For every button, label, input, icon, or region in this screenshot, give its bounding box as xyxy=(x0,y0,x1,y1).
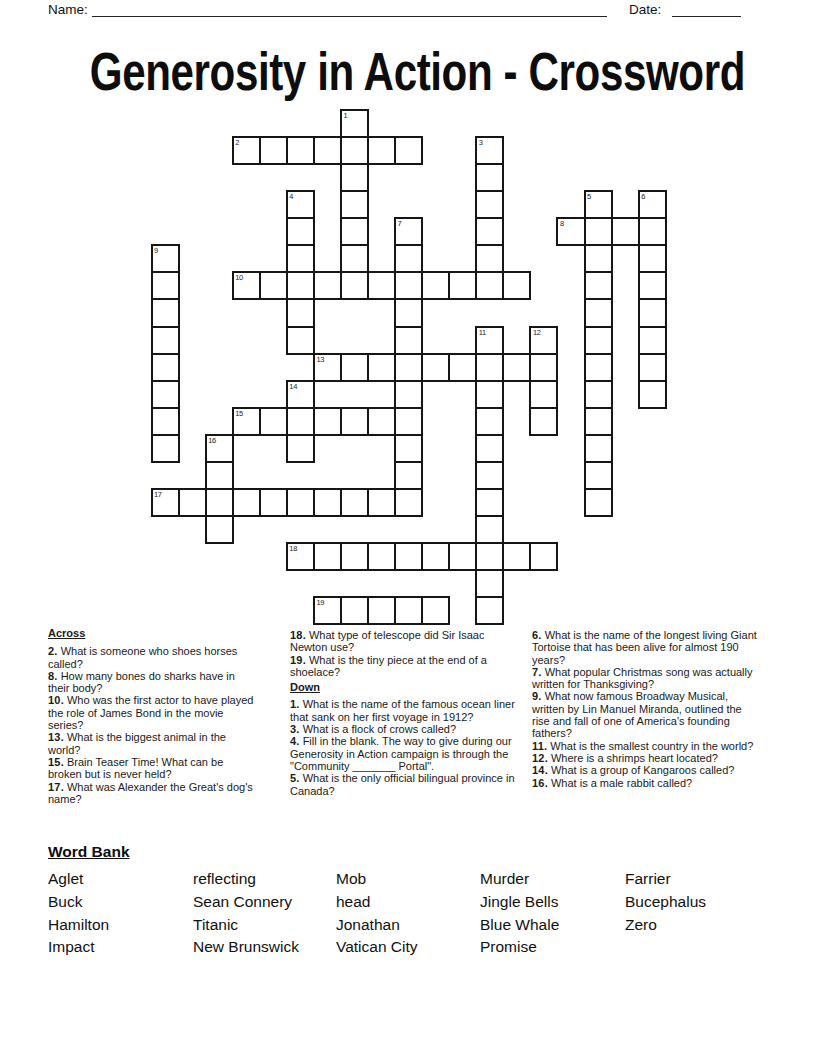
grid-cell[interactable] xyxy=(584,271,613,300)
clue-number: 5 xyxy=(587,192,591,201)
clue-number: 19 xyxy=(316,598,324,607)
grid-cell[interactable] xyxy=(638,244,667,273)
grid-cell[interactable] xyxy=(340,244,369,273)
puzzle-title: Generosity in Action - Crossword xyxy=(90,40,726,102)
word-bank-word: New Brunswick xyxy=(193,936,336,959)
grid-cell[interactable] xyxy=(584,217,613,246)
grid-cell[interactable] xyxy=(178,488,207,517)
grid-cell[interactable] xyxy=(584,488,613,517)
grid-cell[interactable] xyxy=(475,596,504,625)
word-bank-word: Vatican City xyxy=(336,936,480,959)
grid-cell[interactable] xyxy=(638,298,667,327)
clue-number: 15 xyxy=(235,409,243,418)
grid-cell[interactable]: 12 xyxy=(529,326,558,355)
clue-number: 4 xyxy=(289,192,293,201)
word-bank-column: MobheadJonathanVatican City xyxy=(336,868,480,959)
grid-cell[interactable] xyxy=(340,136,369,165)
name-fill-line[interactable] xyxy=(92,1,607,17)
grid-cell[interactable] xyxy=(151,326,180,355)
grid-cell[interactable] xyxy=(584,407,613,436)
clue-number: 7 xyxy=(398,219,402,228)
grid-cell[interactable] xyxy=(313,407,342,436)
word-bank-column: MurderJingle BellsBlue WhalePromise xyxy=(480,868,625,959)
grid-cell[interactable] xyxy=(475,380,504,409)
grid-cell[interactable] xyxy=(340,596,369,625)
worksheet-header: Name: Date: xyxy=(0,0,816,30)
grid-cell[interactable] xyxy=(340,407,369,436)
grid-cell[interactable] xyxy=(638,353,667,382)
grid-cell[interactable] xyxy=(394,461,423,490)
clue-number: 1 xyxy=(343,111,347,120)
word-bank-columns: AgletBuckHamiltonImpactreflectingSean Co… xyxy=(48,868,706,959)
clue-13: 13. What is the biggest animal in the wo… xyxy=(48,731,258,756)
word-bank-word: Murder xyxy=(480,868,625,891)
grid-cell[interactable] xyxy=(475,407,504,436)
grid-cell[interactable] xyxy=(475,244,504,273)
clue-14: 14. What is a group of Kangaroos called? xyxy=(532,764,758,776)
grid-cell[interactable]: 13 xyxy=(313,353,342,382)
clue-1: 1. What is the name of the famous ocean … xyxy=(290,698,523,723)
clue-number: 18 xyxy=(289,544,297,553)
grid-cell[interactable] xyxy=(584,434,613,463)
grid-cell[interactable] xyxy=(584,326,613,355)
clue-15: 15. Brain Teaser Time! What can be broke… xyxy=(48,756,258,781)
grid-cell[interactable]: 18 xyxy=(286,542,315,571)
grid-cell[interactable]: 14 xyxy=(286,380,315,409)
grid-cell[interactable] xyxy=(394,271,423,300)
grid-cell[interactable] xyxy=(259,488,288,517)
grid-cell[interactable] xyxy=(394,380,423,409)
clue-9: 9. What now famous Broadway Musical, wri… xyxy=(532,690,758,739)
grid-cell[interactable] xyxy=(367,407,396,436)
clues-column-right: 6. What is the name of the longest livin… xyxy=(532,629,758,789)
grid-cell[interactable] xyxy=(448,271,477,300)
grid-cell[interactable] xyxy=(151,407,180,436)
grid-cell[interactable] xyxy=(394,434,423,463)
grid-cell[interactable] xyxy=(394,326,423,355)
grid-cell[interactable] xyxy=(151,434,180,463)
grid-cell[interactable] xyxy=(340,217,369,246)
grid-cell[interactable] xyxy=(367,488,396,517)
grid-cell[interactable] xyxy=(475,461,504,490)
grid-cell[interactable] xyxy=(205,488,234,517)
grid-cell[interactable] xyxy=(638,271,667,300)
grid-cell[interactable] xyxy=(367,542,396,571)
grid-cell[interactable] xyxy=(475,569,504,598)
clue-7: 7. What popular Christmas song was actua… xyxy=(532,666,758,691)
grid-cell[interactable] xyxy=(313,136,342,165)
clues-column-left: Across2. What is someone who shoes horse… xyxy=(48,627,258,805)
grid-cell[interactable] xyxy=(340,353,369,382)
clue-number: 17 xyxy=(154,490,162,499)
word-bank-column: AgletBuckHamiltonImpact xyxy=(48,868,193,959)
clues-section-header: Across xyxy=(48,627,258,639)
grid-cell[interactable] xyxy=(340,542,369,571)
grid-cell[interactable]: 8 xyxy=(556,217,585,246)
grid-cell[interactable]: 11 xyxy=(475,326,504,355)
grid-cell[interactable] xyxy=(638,380,667,409)
grid-cell[interactable]: 7 xyxy=(394,217,423,246)
grid-cell[interactable] xyxy=(394,136,423,165)
grid-cell[interactable] xyxy=(502,353,531,382)
clue-number: 16 xyxy=(208,436,216,445)
word-bank-header: Word Bank xyxy=(48,843,130,861)
grid-cell[interactable]: 19 xyxy=(313,596,342,625)
grid-cell[interactable] xyxy=(286,244,315,273)
name-label: Name: xyxy=(48,2,88,17)
grid-cell[interactable] xyxy=(394,488,423,517)
clue-17: 17. What was Alexander the Great's dog's… xyxy=(48,781,258,806)
grid-cell[interactable]: 6 xyxy=(638,190,667,219)
grid-cell[interactable] xyxy=(286,326,315,355)
word-bank-word: Buck xyxy=(48,891,193,914)
grid-cell[interactable] xyxy=(286,298,315,327)
clue-number: 6 xyxy=(641,192,645,201)
word-bank-word: reflecting xyxy=(193,868,336,891)
clue-5: 5. What is the only official bilingual p… xyxy=(290,772,523,797)
grid-cell[interactable] xyxy=(638,217,667,246)
grid-cell[interactable]: 3 xyxy=(475,136,504,165)
grid-cell[interactable] xyxy=(232,488,261,517)
grid-cell[interactable] xyxy=(313,271,342,300)
grid-cell[interactable] xyxy=(421,271,450,300)
word-bank-word: Bucephalus xyxy=(625,891,706,914)
clue-3: 3. What is a flock of crows called? xyxy=(290,723,523,735)
grid-cell[interactable] xyxy=(394,244,423,273)
grid-cell[interactable] xyxy=(475,163,504,192)
grid-cell[interactable] xyxy=(340,190,369,219)
word-bank-word: Hamilton xyxy=(48,914,193,937)
grid-cell[interactable]: 16 xyxy=(205,434,234,463)
grid-cell[interactable] xyxy=(313,542,342,571)
grid-cell[interactable] xyxy=(584,380,613,409)
word-bank-column: reflectingSean ConneryTitanicNew Brunswi… xyxy=(193,868,336,959)
clue-19: 19. What is the tiny piece at the end of… xyxy=(290,654,523,679)
grid-cell[interactable] xyxy=(529,407,558,436)
grid-cell[interactable] xyxy=(313,488,342,517)
date-label: Date: xyxy=(629,2,661,17)
grid-cell[interactable] xyxy=(151,298,180,327)
clue-number: 3 xyxy=(479,138,483,147)
grid-cell[interactable] xyxy=(394,298,423,327)
grid-cell[interactable] xyxy=(286,488,315,517)
clues-section-header: Down xyxy=(290,681,523,693)
grid-cell[interactable] xyxy=(286,434,315,463)
clue-16: 16. What is a male rabbit called? xyxy=(532,777,758,789)
clue-number: 12 xyxy=(533,328,541,337)
grid-cell[interactable] xyxy=(394,596,423,625)
clue-18: 18. What type of telescope did Sir Isaac… xyxy=(290,629,523,654)
grid-cell[interactable] xyxy=(475,542,504,571)
grid-cell[interactable] xyxy=(421,353,450,382)
grid-cell[interactable] xyxy=(286,217,315,246)
grid-cell[interactable]: 17 xyxy=(151,488,180,517)
grid-cell[interactable] xyxy=(340,271,369,300)
word-bank-word: Titanic xyxy=(193,914,336,937)
grid-cell[interactable]: 4 xyxy=(286,190,315,219)
grid-cell[interactable] xyxy=(151,353,180,382)
crossword-grid: 12345678910111213141516171819 xyxy=(152,110,666,624)
grid-cell[interactable] xyxy=(529,353,558,382)
grid-cell[interactable] xyxy=(475,190,504,219)
clue-number: 10 xyxy=(235,273,243,282)
grid-cell[interactable] xyxy=(529,380,558,409)
grid-cell[interactable] xyxy=(584,353,613,382)
grid-cell[interactable] xyxy=(502,542,531,571)
word-bank-word: Jingle Bells xyxy=(480,891,625,914)
clue-number: 2 xyxy=(235,138,239,147)
grid-cell[interactable] xyxy=(475,515,504,544)
grid-cell[interactable]: 1 xyxy=(340,109,369,138)
grid-cell[interactable] xyxy=(584,244,613,273)
word-bank-word: Aglet xyxy=(48,868,193,891)
grid-cell[interactable] xyxy=(475,271,504,300)
grid-cell[interactable] xyxy=(259,271,288,300)
clue-8: 8. How many bones do sharks have in thei… xyxy=(48,670,258,695)
grid-cell[interactable] xyxy=(475,353,504,382)
word-bank-word: Blue Whale xyxy=(480,914,625,937)
clue-4: 4. Fill in the blank. The way to give du… xyxy=(290,735,523,772)
grid-cell[interactable] xyxy=(367,596,396,625)
clue-12: 12. Where is a shrimps heart located? xyxy=(532,752,758,764)
grid-cell[interactable] xyxy=(286,407,315,436)
grid-cell[interactable] xyxy=(259,136,288,165)
word-bank-word: Sean Connery xyxy=(193,891,336,914)
grid-cell[interactable] xyxy=(286,271,315,300)
grid-cell[interactable] xyxy=(205,461,234,490)
grid-cell[interactable] xyxy=(475,488,504,517)
grid-cell[interactable] xyxy=(205,515,234,544)
grid-cell[interactable] xyxy=(475,217,504,246)
clue-number: 13 xyxy=(316,355,324,364)
word-bank-column: FarrierBucephalusZero xyxy=(625,868,706,959)
grid-cell[interactable] xyxy=(367,136,396,165)
grid-cell[interactable] xyxy=(584,461,613,490)
word-bank-word: Farrier xyxy=(625,868,706,891)
grid-cell[interactable] xyxy=(529,542,558,571)
grid-cell[interactable] xyxy=(340,163,369,192)
grid-cell[interactable]: 2 xyxy=(232,136,261,165)
word-bank-word: Jonathan xyxy=(336,914,480,937)
grid-cell[interactable] xyxy=(151,380,180,409)
word-bank-word: head xyxy=(336,891,480,914)
clue-2: 2. What is someone who shoes horses call… xyxy=(48,645,258,670)
clue-number: 8 xyxy=(560,219,564,228)
clue-6: 6. What is the name of the longest livin… xyxy=(532,629,758,666)
grid-cell[interactable]: 9 xyxy=(151,244,180,273)
grid-cell[interactable] xyxy=(394,407,423,436)
grid-cell[interactable] xyxy=(448,353,477,382)
grid-cell[interactable] xyxy=(259,407,288,436)
clues-column-middle: 18. What type of telescope did Sir Isaac… xyxy=(290,629,523,797)
grid-cell[interactable] xyxy=(286,136,315,165)
grid-cell[interactable] xyxy=(584,298,613,327)
clue-number: 9 xyxy=(154,246,158,255)
grid-cell[interactable] xyxy=(340,488,369,517)
grid-cell[interactable] xyxy=(421,542,450,571)
clue-number: 14 xyxy=(289,382,297,391)
grid-cell[interactable] xyxy=(475,434,504,463)
grid-cell[interactable] xyxy=(421,596,450,625)
grid-cell[interactable] xyxy=(367,353,396,382)
grid-cell[interactable] xyxy=(502,271,531,300)
grid-cell[interactable] xyxy=(394,353,423,382)
word-bank-word: Promise xyxy=(480,936,625,959)
word-bank-word: Zero xyxy=(625,914,706,937)
clue-11: 11. What is the smallest country in the … xyxy=(532,740,758,752)
grid-cell[interactable] xyxy=(611,217,640,246)
date-fill-line[interactable] xyxy=(672,1,741,17)
grid-cell[interactable] xyxy=(638,326,667,355)
grid-cell[interactable] xyxy=(367,271,396,300)
word-bank-word: Impact xyxy=(48,936,193,959)
grid-cell[interactable]: 15 xyxy=(232,407,261,436)
clue-number: 11 xyxy=(479,328,486,337)
grid-cell[interactable]: 5 xyxy=(584,190,613,219)
grid-cell[interactable] xyxy=(448,542,477,571)
grid-cell[interactable] xyxy=(394,542,423,571)
grid-cell[interactable]: 10 xyxy=(232,271,261,300)
grid-cell[interactable] xyxy=(151,271,180,300)
word-bank-word: Mob xyxy=(336,868,480,891)
clue-10: 10. Who was the first actor to have play… xyxy=(48,694,258,731)
